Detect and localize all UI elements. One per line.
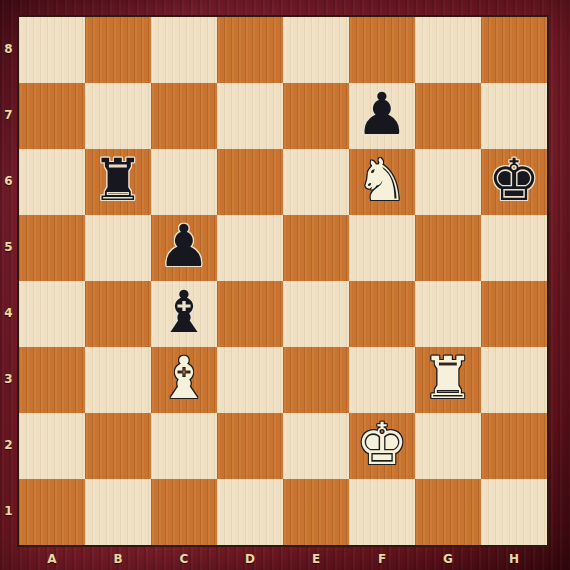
rank-label-8: 8	[0, 42, 17, 56]
square-c8[interactable]	[151, 17, 217, 83]
square-f3[interactable]	[349, 347, 415, 413]
square-g3[interactable]: ♜	[415, 347, 481, 413]
square-a2[interactable]	[19, 413, 85, 479]
square-e5[interactable]	[283, 215, 349, 281]
rank-label-4: 4	[0, 306, 17, 320]
rank-label-5: 5	[0, 240, 17, 254]
square-c1[interactable]	[151, 479, 217, 545]
square-a3[interactable]	[19, 347, 85, 413]
rank-label-2: 2	[0, 438, 17, 452]
square-f6[interactable]: ♞	[349, 149, 415, 215]
square-b2[interactable]	[85, 413, 151, 479]
square-e8[interactable]	[283, 17, 349, 83]
file-label-g: G	[415, 552, 481, 566]
piece-white-king[interactable]: ♚	[356, 411, 408, 477]
square-g4[interactable]	[415, 281, 481, 347]
square-b8[interactable]	[85, 17, 151, 83]
square-h6[interactable]: ♚	[481, 149, 547, 215]
square-b6[interactable]: ♜	[85, 149, 151, 215]
square-e6[interactable]	[283, 149, 349, 215]
square-d3[interactable]	[217, 347, 283, 413]
square-b1[interactable]	[85, 479, 151, 545]
square-h7[interactable]	[481, 83, 547, 149]
square-d7[interactable]	[217, 83, 283, 149]
square-a4[interactable]	[19, 281, 85, 347]
square-h2[interactable]	[481, 413, 547, 479]
square-g6[interactable]	[415, 149, 481, 215]
square-c2[interactable]	[151, 413, 217, 479]
square-d5[interactable]	[217, 215, 283, 281]
rank-label-6: 6	[0, 174, 17, 188]
square-d6[interactable]	[217, 149, 283, 215]
file-label-f: F	[349, 552, 415, 566]
square-c3[interactable]: ♝	[151, 347, 217, 413]
square-h1[interactable]	[481, 479, 547, 545]
square-d1[interactable]	[217, 479, 283, 545]
square-a5[interactable]	[19, 215, 85, 281]
square-f5[interactable]	[349, 215, 415, 281]
square-g7[interactable]	[415, 83, 481, 149]
square-e2[interactable]	[283, 413, 349, 479]
square-e4[interactable]	[283, 281, 349, 347]
piece-black-pawn[interactable]: ♟	[356, 81, 408, 147]
square-d4[interactable]	[217, 281, 283, 347]
square-b3[interactable]	[85, 347, 151, 413]
square-f7[interactable]: ♟	[349, 83, 415, 149]
square-f1[interactable]	[349, 479, 415, 545]
piece-black-king[interactable]: ♚	[488, 147, 540, 213]
square-e7[interactable]	[283, 83, 349, 149]
square-c6[interactable]	[151, 149, 217, 215]
file-label-e: E	[283, 552, 349, 566]
square-a1[interactable]	[19, 479, 85, 545]
square-h4[interactable]	[481, 281, 547, 347]
square-h8[interactable]	[481, 17, 547, 83]
piece-white-rook[interactable]: ♜	[422, 345, 474, 411]
square-b7[interactable]	[85, 83, 151, 149]
square-g1[interactable]	[415, 479, 481, 545]
rank-label-7: 7	[0, 108, 17, 122]
square-c4[interactable]: ♝	[151, 281, 217, 347]
file-label-d: D	[217, 552, 283, 566]
piece-black-bishop[interactable]: ♝	[158, 279, 210, 345]
square-f8[interactable]	[349, 17, 415, 83]
square-a6[interactable]	[19, 149, 85, 215]
square-e3[interactable]	[283, 347, 349, 413]
square-b4[interactable]	[85, 281, 151, 347]
square-d8[interactable]	[217, 17, 283, 83]
file-label-h: H	[481, 552, 547, 566]
square-f4[interactable]	[349, 281, 415, 347]
square-g2[interactable]	[415, 413, 481, 479]
square-c5[interactable]: ♟	[151, 215, 217, 281]
square-a7[interactable]	[19, 83, 85, 149]
square-a8[interactable]	[19, 17, 85, 83]
square-g8[interactable]	[415, 17, 481, 83]
rank-label-1: 1	[0, 504, 17, 518]
piece-white-bishop[interactable]: ♝	[158, 345, 210, 411]
piece-white-knight[interactable]: ♞	[356, 147, 408, 213]
square-h5[interactable]	[481, 215, 547, 281]
file-label-b: B	[85, 552, 151, 566]
file-label-a: A	[19, 552, 85, 566]
square-h3[interactable]	[481, 347, 547, 413]
file-label-c: C	[151, 552, 217, 566]
chess-board: ♟♜♞♚♟♝♝♜♚	[17, 15, 549, 547]
square-d2[interactable]	[217, 413, 283, 479]
square-b5[interactable]	[85, 215, 151, 281]
rank-label-3: 3	[0, 372, 17, 386]
square-e1[interactable]	[283, 479, 349, 545]
board-frame: ♟♜♞♚♟♝♝♜♚ 87654321ABCDEFGH	[0, 0, 570, 570]
square-c7[interactable]	[151, 83, 217, 149]
square-g5[interactable]	[415, 215, 481, 281]
piece-black-pawn[interactable]: ♟	[158, 213, 210, 279]
piece-black-rook[interactable]: ♜	[92, 147, 144, 213]
square-f2[interactable]: ♚	[349, 413, 415, 479]
